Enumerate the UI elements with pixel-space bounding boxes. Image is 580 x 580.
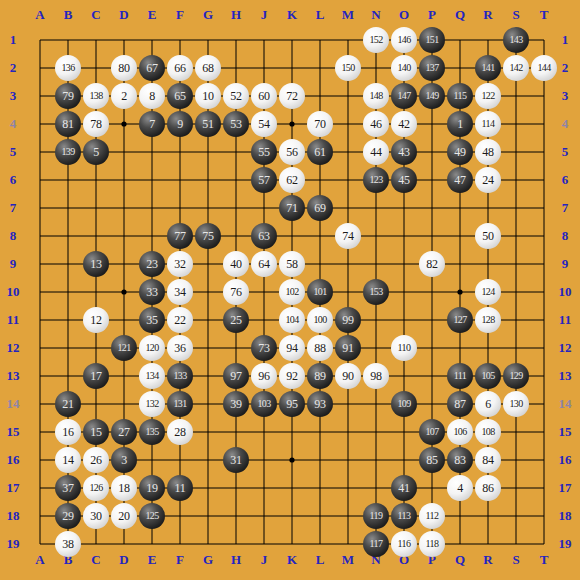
move-number: 42 <box>398 118 409 130</box>
move-number: 122 <box>481 91 494 101</box>
move-number: 120 <box>145 343 158 353</box>
move-number: 93 <box>314 398 325 410</box>
move-number: 143 <box>509 35 522 45</box>
move-number: 54 <box>258 118 269 130</box>
move-number: 7 <box>149 118 155 130</box>
stone-black-F4-move-9: 9 <box>167 111 193 137</box>
stone-black-J14-move-103: 103 <box>251 391 277 417</box>
move-number: 77 <box>174 230 185 242</box>
stone-black-L10-move-101: 101 <box>307 279 333 305</box>
col-label-top-G: G <box>195 7 221 23</box>
move-number: 151 <box>425 35 438 45</box>
stone-white-R17-move-86: 86 <box>475 475 501 501</box>
row-label-left-17: 17 <box>0 480 26 496</box>
stone-white-E13-move-134: 134 <box>139 363 165 389</box>
stone-black-C5-move-5: 5 <box>83 139 109 165</box>
stone-white-F2-move-66: 66 <box>167 55 193 81</box>
stone-white-D2-move-80: 80 <box>111 55 137 81</box>
col-label-top-K: K <box>279 7 305 23</box>
stone-black-R2-move-141: 141 <box>475 55 501 81</box>
move-number: 65 <box>174 90 185 102</box>
move-number: 86 <box>482 482 493 494</box>
move-number: 5 <box>93 146 99 158</box>
move-number: 78 <box>90 118 101 130</box>
stone-black-J5-move-55: 55 <box>251 139 277 165</box>
stone-black-H4-move-53: 53 <box>223 111 249 137</box>
col-label-bottom-Q: Q <box>447 552 473 568</box>
move-number: 53 <box>230 118 241 130</box>
stone-black-E15-move-135: 135 <box>139 419 165 445</box>
move-number: 124 <box>481 287 494 297</box>
stone-white-O4-move-42: 42 <box>391 111 417 137</box>
move-number: 79 <box>62 90 73 102</box>
row-label-right-18: 18 <box>552 508 578 524</box>
stone-black-H14-move-39: 39 <box>223 391 249 417</box>
col-label-bottom-A: A <box>27 552 53 568</box>
stone-black-M12-move-91: 91 <box>335 335 361 361</box>
move-number: 91 <box>342 342 353 354</box>
row-label-right-15: 15 <box>552 424 578 440</box>
col-label-bottom-M: M <box>335 552 361 568</box>
stone-black-K14-move-95: 95 <box>279 391 305 417</box>
star-point-K4 <box>289 121 294 126</box>
star-point-D4 <box>121 121 126 126</box>
move-number: 66 <box>174 62 185 74</box>
move-number: 73 <box>258 342 269 354</box>
move-number: 92 <box>286 370 297 382</box>
stone-black-J6-move-57: 57 <box>251 167 277 193</box>
stone-white-J9-move-64: 64 <box>251 251 277 277</box>
move-number: 41 <box>398 482 409 494</box>
stone-white-R5-move-48: 48 <box>475 139 501 165</box>
stone-white-D18-move-20: 20 <box>111 503 137 529</box>
move-number: 139 <box>61 147 74 157</box>
move-number: 99 <box>342 314 353 326</box>
move-number: 80 <box>118 62 129 74</box>
move-number: 147 <box>397 91 410 101</box>
move-number: 9 <box>177 118 183 130</box>
move-number: 55 <box>258 146 269 158</box>
stone-black-Q6-move-47: 47 <box>447 167 473 193</box>
col-label-top-F: F <box>167 7 193 23</box>
move-number: 105 <box>481 371 494 381</box>
move-number: 137 <box>425 63 438 73</box>
stone-white-K5-move-56: 56 <box>279 139 305 165</box>
stone-black-O18-move-113: 113 <box>391 503 417 529</box>
stone-black-O3-move-147: 147 <box>391 83 417 109</box>
stone-white-O1-move-146: 146 <box>391 27 417 53</box>
row-label-left-7: 7 <box>0 200 26 216</box>
stone-black-B14-move-21: 21 <box>55 391 81 417</box>
move-number: 70 <box>314 118 325 130</box>
stone-black-P1-move-151: 151 <box>419 27 445 53</box>
stone-white-M2-move-150: 150 <box>335 55 361 81</box>
stone-white-J4-move-54: 54 <box>251 111 277 137</box>
stone-black-F14-move-131: 131 <box>167 391 193 417</box>
move-number: 28 <box>174 426 185 438</box>
move-number: 142 <box>509 63 522 73</box>
stone-white-R6-move-24: 24 <box>475 167 501 193</box>
stone-black-D16-move-3: 3 <box>111 447 137 473</box>
move-number: 134 <box>145 371 158 381</box>
stone-white-E12-move-120: 120 <box>139 335 165 361</box>
stone-black-Q13-move-111: 111 <box>447 363 473 389</box>
move-number: 32 <box>174 258 185 270</box>
col-label-top-R: R <box>475 7 501 23</box>
move-number: 94 <box>286 342 297 354</box>
stone-white-G2-move-68: 68 <box>195 55 221 81</box>
move-number: 123 <box>369 175 382 185</box>
move-number: 107 <box>425 427 438 437</box>
move-number: 30 <box>90 510 101 522</box>
row-label-left-10: 10 <box>0 284 26 300</box>
move-number: 138 <box>89 91 102 101</box>
stone-black-Q5-move-49: 49 <box>447 139 473 165</box>
stone-black-L7-move-69: 69 <box>307 195 333 221</box>
row-label-left-2: 2 <box>0 60 26 76</box>
move-number: 152 <box>369 35 382 45</box>
col-label-top-J: J <box>251 7 277 23</box>
move-number: 45 <box>398 174 409 186</box>
row-label-right-4: 4 <box>552 116 578 132</box>
col-label-bottom-K: K <box>279 552 305 568</box>
move-number: 62 <box>286 174 297 186</box>
stone-black-Q14-move-87: 87 <box>447 391 473 417</box>
move-number: 22 <box>174 314 185 326</box>
row-label-right-19: 19 <box>552 536 578 552</box>
move-number: 146 <box>397 35 410 45</box>
stone-white-L12-move-88: 88 <box>307 335 333 361</box>
move-number: 44 <box>370 146 381 158</box>
stone-white-R10-move-124: 124 <box>475 279 501 305</box>
stone-white-F11-move-22: 22 <box>167 307 193 333</box>
stone-white-K10-move-102: 102 <box>279 279 305 305</box>
move-number: 39 <box>230 398 241 410</box>
col-label-top-S: S <box>503 7 529 23</box>
stone-white-D17-move-18: 18 <box>111 475 137 501</box>
stone-black-B5-move-139: 139 <box>55 139 81 165</box>
move-number: 126 <box>89 483 102 493</box>
col-label-top-P: P <box>419 7 445 23</box>
stone-white-Q17-move-4: 4 <box>447 475 473 501</box>
col-label-bottom-L: L <box>307 552 333 568</box>
stone-white-S14-move-130: 130 <box>503 391 529 417</box>
stone-white-K6-move-62: 62 <box>279 167 305 193</box>
col-label-top-H: H <box>223 7 249 23</box>
move-number: 111 <box>454 371 466 381</box>
col-label-top-B: B <box>55 7 81 23</box>
col-label-top-O: O <box>391 7 417 23</box>
move-number: 2 <box>121 90 127 102</box>
row-label-right-9: 9 <box>552 256 578 272</box>
stone-black-G4-move-51: 51 <box>195 111 221 137</box>
col-label-bottom-F: F <box>167 552 193 568</box>
stone-white-P18-move-112: 112 <box>419 503 445 529</box>
col-label-top-D: D <box>111 7 137 23</box>
col-label-bottom-T: T <box>531 552 557 568</box>
stone-black-J12-move-73: 73 <box>251 335 277 361</box>
stone-black-N19-move-117: 117 <box>363 531 389 557</box>
stone-white-L4-move-70: 70 <box>307 111 333 137</box>
stone-black-P3-move-149: 149 <box>419 83 445 109</box>
move-number: 3 <box>121 454 127 466</box>
stone-white-S2-move-142: 142 <box>503 55 529 81</box>
move-number: 75 <box>202 230 213 242</box>
stone-white-N5-move-44: 44 <box>363 139 389 165</box>
go-board[interactable]: AABBCCDDEEFFGGHHJJKKLLMMNNOOPPQQRRSSTT11… <box>0 0 580 580</box>
move-number: 96 <box>258 370 269 382</box>
stone-white-P9-move-82: 82 <box>419 251 445 277</box>
move-number: 24 <box>482 174 493 186</box>
stone-black-H11-move-25: 25 <box>223 307 249 333</box>
stone-white-C11-move-12: 12 <box>83 307 109 333</box>
move-number: 11 <box>175 482 186 494</box>
move-number: 40 <box>230 258 241 270</box>
stone-black-C9-move-13: 13 <box>83 251 109 277</box>
move-number: 84 <box>482 454 493 466</box>
stone-white-H9-move-40: 40 <box>223 251 249 277</box>
move-number: 140 <box>397 63 410 73</box>
stone-white-E14-move-132: 132 <box>139 391 165 417</box>
stone-white-C16-move-26: 26 <box>83 447 109 473</box>
row-label-right-3: 3 <box>552 88 578 104</box>
stone-black-E4-move-7: 7 <box>139 111 165 137</box>
move-number: 31 <box>230 454 241 466</box>
move-number: 69 <box>314 202 325 214</box>
move-number: 6 <box>485 398 491 410</box>
row-label-left-16: 16 <box>0 452 26 468</box>
row-label-right-11: 11 <box>552 312 578 328</box>
move-number: 4 <box>457 482 463 494</box>
row-label-right-10: 10 <box>552 284 578 300</box>
move-number: 153 <box>369 287 382 297</box>
stone-white-B16-move-14: 14 <box>55 447 81 473</box>
stone-white-C18-move-30: 30 <box>83 503 109 529</box>
move-number: 14 <box>62 454 73 466</box>
col-label-bottom-C: C <box>83 552 109 568</box>
stone-white-O19-move-116: 116 <box>391 531 417 557</box>
row-label-left-18: 18 <box>0 508 26 524</box>
stone-white-L11-move-100: 100 <box>307 307 333 333</box>
move-number: 68 <box>202 62 213 74</box>
move-number: 18 <box>118 482 129 494</box>
move-number: 10 <box>202 90 213 102</box>
row-label-right-16: 16 <box>552 452 578 468</box>
col-label-bottom-S: S <box>503 552 529 568</box>
row-label-right-8: 8 <box>552 228 578 244</box>
stone-black-B3-move-79: 79 <box>55 83 81 109</box>
stone-white-O2-move-140: 140 <box>391 55 417 81</box>
move-number: 85 <box>426 454 437 466</box>
move-number: 112 <box>426 511 439 521</box>
move-number: 25 <box>230 314 241 326</box>
stone-white-O12-move-110: 110 <box>391 335 417 361</box>
row-label-left-14: 14 <box>0 396 26 412</box>
move-number: 110 <box>398 343 411 353</box>
stone-white-D3-move-2: 2 <box>111 83 137 109</box>
row-label-right-14: 14 <box>552 396 578 412</box>
move-number: 27 <box>118 426 129 438</box>
stone-black-P2-move-137: 137 <box>419 55 445 81</box>
move-number: 43 <box>398 146 409 158</box>
move-number: 51 <box>202 118 213 130</box>
stone-white-J3-move-60: 60 <box>251 83 277 109</box>
stone-white-R15-move-108: 108 <box>475 419 501 445</box>
col-label-bottom-H: H <box>223 552 249 568</box>
row-label-right-6: 6 <box>552 172 578 188</box>
move-number: 98 <box>370 370 381 382</box>
move-number: 29 <box>62 510 73 522</box>
stone-black-H13-move-97: 97 <box>223 363 249 389</box>
stone-black-R13-move-105: 105 <box>475 363 501 389</box>
move-number: 106 <box>453 427 466 437</box>
move-number: 81 <box>62 118 73 130</box>
col-label-top-E: E <box>139 7 165 23</box>
stone-black-S1-move-143: 143 <box>503 27 529 53</box>
stone-white-N3-move-148: 148 <box>363 83 389 109</box>
move-number: 104 <box>285 315 298 325</box>
stone-white-T2-move-144: 144 <box>531 55 557 81</box>
move-number: 127 <box>453 315 466 325</box>
move-number: 128 <box>481 315 494 325</box>
move-number: 38 <box>62 538 73 550</box>
move-number: 50 <box>482 230 493 242</box>
move-number: 129 <box>509 371 522 381</box>
stone-white-C4-move-78: 78 <box>83 111 109 137</box>
star-point-D10 <box>121 289 126 294</box>
row-label-left-13: 13 <box>0 368 26 384</box>
row-label-right-7: 7 <box>552 200 578 216</box>
move-number: 74 <box>342 230 353 242</box>
stone-black-E9-move-23: 23 <box>139 251 165 277</box>
stone-white-F12-move-36: 36 <box>167 335 193 361</box>
stone-black-F13-move-133: 133 <box>167 363 193 389</box>
move-number: 82 <box>426 258 437 270</box>
col-label-bottom-R: R <box>475 552 501 568</box>
stone-black-S13-move-129: 129 <box>503 363 529 389</box>
stone-white-K9-move-58: 58 <box>279 251 305 277</box>
stone-black-O14-move-109: 109 <box>391 391 417 417</box>
col-label-top-L: L <box>307 7 333 23</box>
stone-black-B18-move-29: 29 <box>55 503 81 529</box>
row-label-right-13: 13 <box>552 368 578 384</box>
move-number: 149 <box>425 91 438 101</box>
stone-white-F10-move-34: 34 <box>167 279 193 305</box>
stone-white-F15-move-28: 28 <box>167 419 193 445</box>
move-number: 71 <box>286 202 297 214</box>
move-number: 47 <box>454 174 465 186</box>
stone-black-D15-move-27: 27 <box>111 419 137 445</box>
move-number: 148 <box>369 91 382 101</box>
stone-white-H10-move-76: 76 <box>223 279 249 305</box>
move-number: 136 <box>61 63 74 73</box>
stone-black-B4-move-81: 81 <box>55 111 81 137</box>
col-label-top-N: N <box>363 7 389 23</box>
move-number: 144 <box>537 63 550 73</box>
move-number: 121 <box>117 343 130 353</box>
star-point-Q10 <box>457 289 462 294</box>
move-number: 20 <box>118 510 129 522</box>
move-number: 117 <box>370 539 383 549</box>
move-number: 56 <box>286 146 297 158</box>
stone-black-O17-move-41: 41 <box>391 475 417 501</box>
row-label-right-12: 12 <box>552 340 578 356</box>
move-number: 100 <box>313 315 326 325</box>
move-number: 16 <box>62 426 73 438</box>
move-number: 89 <box>314 370 325 382</box>
stone-white-Q15-move-106: 106 <box>447 419 473 445</box>
row-label-left-1: 1 <box>0 32 26 48</box>
move-number: 26 <box>90 454 101 466</box>
move-number: 67 <box>146 62 157 74</box>
move-number: 76 <box>230 286 241 298</box>
star-point-K16 <box>289 457 294 462</box>
stone-black-N6-move-123: 123 <box>363 167 389 193</box>
stone-black-F3-move-65: 65 <box>167 83 193 109</box>
move-number: 97 <box>230 370 241 382</box>
move-number: 90 <box>342 370 353 382</box>
stone-white-J13-move-96: 96 <box>251 363 277 389</box>
row-label-left-12: 12 <box>0 340 26 356</box>
move-number: 133 <box>173 371 186 381</box>
move-number: 63 <box>258 230 269 242</box>
stone-white-G3-move-10: 10 <box>195 83 221 109</box>
col-label-top-A: A <box>27 7 53 23</box>
move-number: 48 <box>482 146 493 158</box>
move-number: 12 <box>90 314 101 326</box>
stone-white-B19-move-38: 38 <box>55 531 81 557</box>
stone-black-J8-move-63: 63 <box>251 223 277 249</box>
move-number: 125 <box>145 511 158 521</box>
stone-black-E18-move-125: 125 <box>139 503 165 529</box>
stone-white-M13-move-90: 90 <box>335 363 361 389</box>
move-number: 17 <box>90 370 101 382</box>
move-number: 37 <box>62 482 73 494</box>
col-label-top-Q: Q <box>447 7 473 23</box>
stone-black-Q11-move-127: 127 <box>447 307 473 333</box>
move-number: 34 <box>174 286 185 298</box>
move-number: 132 <box>145 399 158 409</box>
move-number: 141 <box>481 63 494 73</box>
stone-black-M11-move-99: 99 <box>335 307 361 333</box>
move-number: 119 <box>370 511 383 521</box>
move-number: 57 <box>258 174 269 186</box>
move-number: 130 <box>509 399 522 409</box>
stone-black-P16-move-85: 85 <box>419 447 445 473</box>
stone-white-R16-move-84: 84 <box>475 447 501 473</box>
stone-white-B15-move-16: 16 <box>55 419 81 445</box>
move-number: 1 <box>457 118 463 130</box>
stone-black-F17-move-11: 11 <box>167 475 193 501</box>
move-number: 52 <box>230 90 241 102</box>
row-label-right-5: 5 <box>552 144 578 160</box>
move-number: 61 <box>314 146 325 158</box>
stone-white-K12-move-94: 94 <box>279 335 305 361</box>
stone-black-H16-move-31: 31 <box>223 447 249 473</box>
stone-white-P19-move-118: 118 <box>419 531 445 557</box>
move-number: 15 <box>90 426 101 438</box>
stone-black-L13-move-89: 89 <box>307 363 333 389</box>
move-number: 103 <box>257 399 270 409</box>
row-label-left-9: 9 <box>0 256 26 272</box>
stone-white-K3-move-72: 72 <box>279 83 305 109</box>
move-number: 13 <box>90 258 101 270</box>
stone-white-R3-move-122: 122 <box>475 83 501 109</box>
row-label-left-5: 5 <box>0 144 26 160</box>
stone-black-L5-move-61: 61 <box>307 139 333 165</box>
move-number: 88 <box>314 342 325 354</box>
stone-black-N10-move-153: 153 <box>363 279 389 305</box>
